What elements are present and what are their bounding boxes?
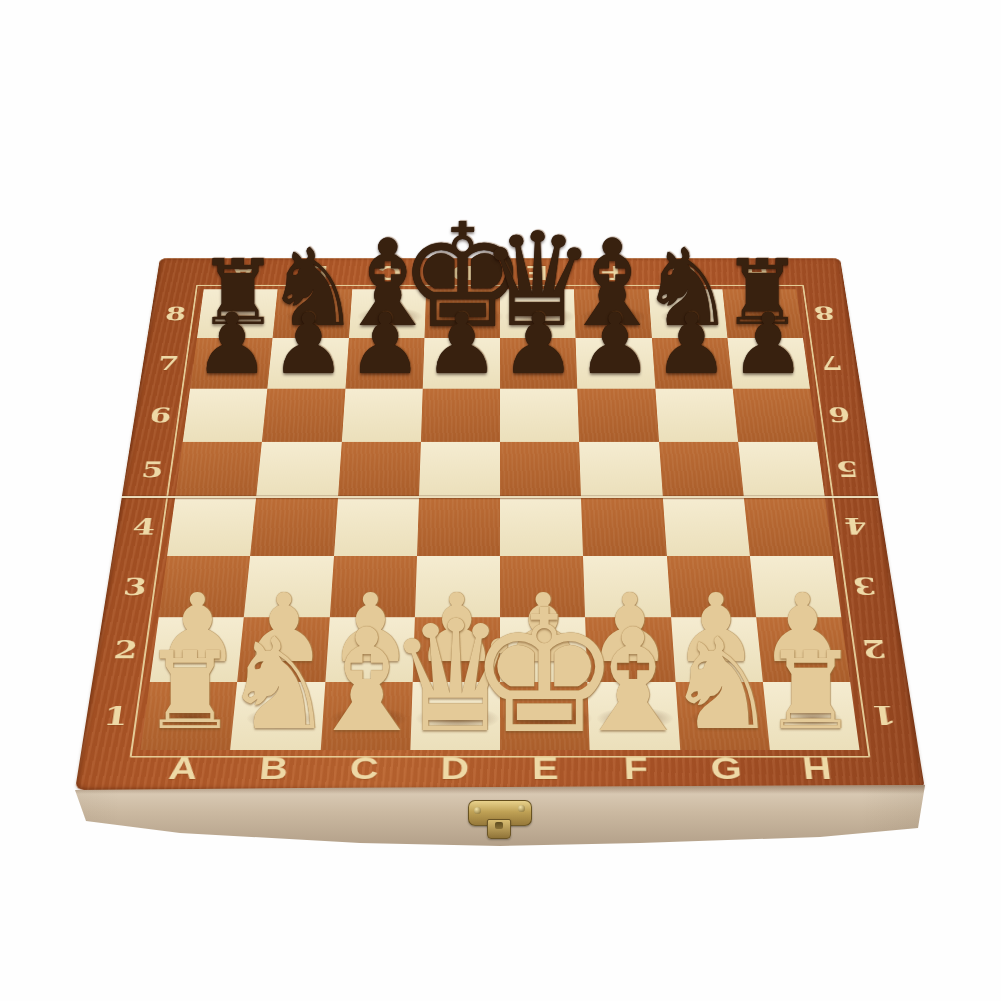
rank-label-right-8: 8	[804, 301, 844, 325]
file-label-bottom-B: B	[241, 750, 306, 787]
chess-set-photo: 8877665544332211AABBCCDDEEFFGGHH ♜♞♝♚♛♝♞…	[0, 0, 1001, 1001]
file-label-bottom-E: E	[514, 750, 576, 787]
file-label-bottom-G: G	[694, 750, 759, 787]
file-label-bottom-D: D	[423, 750, 485, 787]
rank-label-left-1: 1	[92, 699, 140, 733]
file-label-top-C: C	[364, 261, 415, 285]
rank-label-left-2: 2	[103, 633, 149, 665]
rank-label-right-3: 3	[842, 571, 887, 602]
clasp-screw-left-icon	[474, 807, 481, 814]
file-label-bottom-A: A	[150, 750, 216, 787]
file-label-top-B: B	[290, 261, 342, 285]
file-label-bottom-C: C	[332, 750, 395, 787]
file-label-top-F: F	[585, 261, 636, 285]
file-label-top-D: D	[438, 261, 488, 285]
rank-label-left-7: 7	[148, 350, 189, 375]
rank-label-right-2: 2	[851, 633, 897, 665]
rank-label-right-4: 4	[834, 512, 878, 541]
rank-label-right-1: 1	[860, 699, 908, 733]
chess-board: 8877665544332211AABBCCDDEEFFGGHH	[75, 258, 925, 790]
rank-label-left-6: 6	[140, 402, 182, 429]
file-label-bottom-F: F	[604, 750, 667, 787]
brass-clasp-slot	[495, 822, 503, 829]
board-pinstripe-border	[130, 285, 871, 758]
rank-label-left-4: 4	[122, 512, 166, 541]
fold-seam	[121, 496, 878, 500]
rank-label-left-3: 3	[113, 571, 158, 602]
rank-label-left-8: 8	[156, 301, 196, 325]
file-label-top-G: G	[658, 261, 710, 285]
rank-label-right-7: 7	[811, 350, 852, 375]
file-label-top-H: H	[731, 261, 784, 285]
clasp-screw-right-icon	[518, 805, 525, 812]
rank-label-right-6: 6	[819, 402, 861, 429]
file-label-top-E: E	[512, 261, 562, 285]
rank-label-right-5: 5	[826, 455, 869, 483]
rank-label-left-5: 5	[131, 455, 174, 483]
file-label-bottom-H: H	[784, 750, 850, 787]
file-label-top-A: A	[216, 261, 269, 285]
